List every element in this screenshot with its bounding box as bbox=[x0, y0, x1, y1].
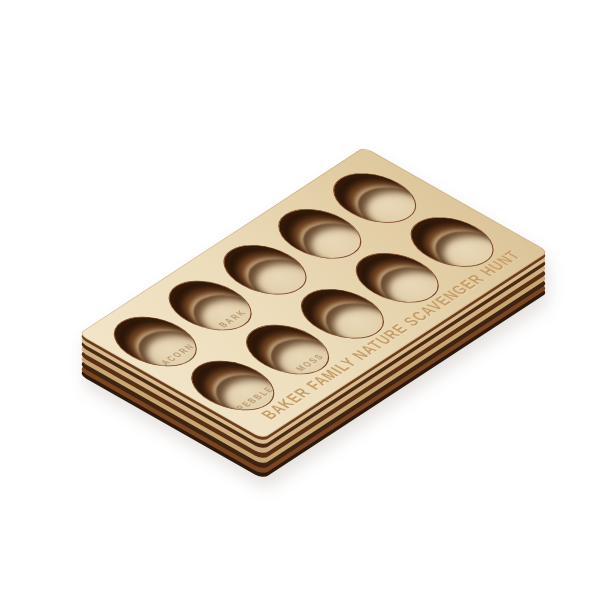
product-photo-scene: ACORN BARK PEBBLE MOSS bbox=[0, 0, 600, 600]
scavenger-hunt-board: ACORN BARK PEBBLE MOSS bbox=[0, 0, 600, 600]
